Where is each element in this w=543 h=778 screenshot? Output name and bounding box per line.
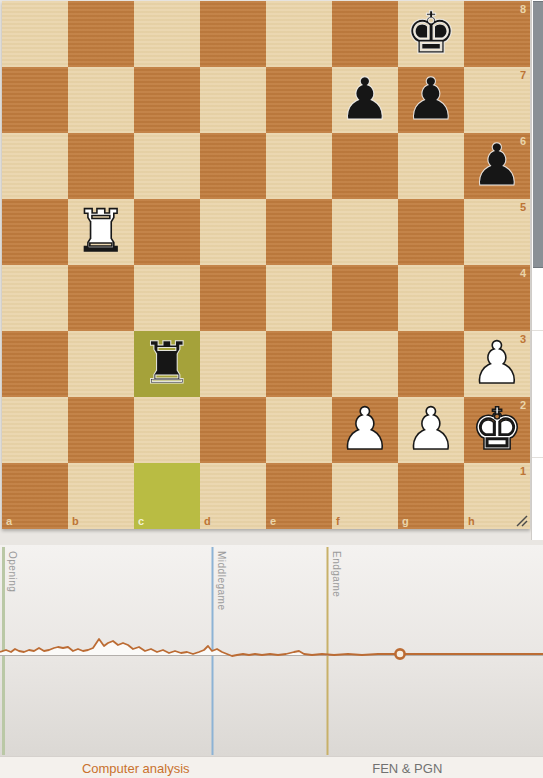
square-e6[interactable] (266, 133, 332, 199)
square-d8[interactable] (200, 1, 266, 67)
chess-board-container: ♚8♟♟76♟♜54♜3♟♟♟2♚abcdefgh1 (2, 1, 530, 529)
piece-white-rook[interactable]: ♜ (68, 199, 134, 265)
square-b4[interactable] (68, 265, 134, 331)
square-a5[interactable] (2, 199, 68, 265)
square-e1[interactable]: e (266, 463, 332, 529)
square-g5[interactable] (398, 199, 464, 265)
current-move-marker (395, 649, 404, 658)
square-f1[interactable]: f (332, 463, 398, 529)
rank-label-1: 1 (520, 465, 526, 477)
rank-label-4: 4 (520, 267, 526, 279)
square-b2[interactable] (68, 397, 134, 463)
phase-label-middlegame: Middlegame (216, 551, 227, 610)
square-g7[interactable]: ♟ (398, 67, 464, 133)
square-d4[interactable] (200, 265, 266, 331)
eval-graph[interactable]: Opening Middlegame Endgame (0, 545, 543, 756)
scrollbar-separator (532, 330, 543, 331)
file-label-g: g (402, 515, 409, 527)
file-label-f: f (336, 515, 340, 527)
piece-black-rook[interactable]: ♜ (134, 331, 200, 397)
file-label-a: a (6, 515, 12, 527)
square-f3[interactable] (332, 331, 398, 397)
square-h7[interactable]: 7 (464, 67, 530, 133)
square-c2[interactable] (134, 397, 200, 463)
square-b7[interactable] (68, 67, 134, 133)
eval-graph-svg (0, 545, 543, 756)
square-a1[interactable]: a (2, 463, 68, 529)
square-g8[interactable]: ♚ (398, 1, 464, 67)
file-label-e: e (270, 515, 276, 527)
square-a3[interactable] (2, 331, 68, 397)
square-c3[interactable]: ♜ (134, 331, 200, 397)
square-g6[interactable] (398, 133, 464, 199)
square-f2[interactable]: ♟ (332, 397, 398, 463)
scrollbar-separator (532, 457, 543, 458)
rank-label-5: 5 (520, 201, 526, 213)
square-a4[interactable] (2, 265, 68, 331)
square-e4[interactable] (266, 265, 332, 331)
piece-white-pawn[interactable]: ♟ (332, 397, 398, 463)
square-f8[interactable] (332, 1, 398, 67)
piece-white-pawn[interactable]: ♟ (398, 397, 464, 463)
rank-label-8: 8 (520, 3, 526, 15)
square-d1[interactable]: d (200, 463, 266, 529)
piece-white-king[interactable]: ♚ (464, 397, 530, 463)
scrollbar-track[interactable] (531, 0, 543, 540)
square-h6[interactable]: 6♟ (464, 133, 530, 199)
file-label-h: h (468, 515, 475, 527)
piece-black-pawn[interactable]: ♟ (332, 67, 398, 133)
square-d7[interactable] (200, 67, 266, 133)
square-a6[interactable] (2, 133, 68, 199)
square-h2[interactable]: 2♚ (464, 397, 530, 463)
square-d5[interactable] (200, 199, 266, 265)
square-d6[interactable] (200, 133, 266, 199)
piece-black-king[interactable]: ♚ (398, 1, 464, 67)
file-label-d: d (204, 515, 211, 527)
square-g2[interactable]: ♟ (398, 397, 464, 463)
square-d2[interactable] (200, 397, 266, 463)
square-g1[interactable]: g (398, 463, 464, 529)
rank-label-7: 7 (520, 69, 526, 81)
file-label-c: c (138, 515, 144, 527)
tab-fen-pgn[interactable]: FEN & PGN (272, 757, 543, 778)
square-d3[interactable] (200, 331, 266, 397)
square-a2[interactable] (2, 397, 68, 463)
piece-white-pawn[interactable]: ♟ (464, 331, 530, 397)
square-c1[interactable]: c (134, 463, 200, 529)
square-f4[interactable] (332, 265, 398, 331)
square-a8[interactable] (2, 1, 68, 67)
square-c6[interactable] (134, 133, 200, 199)
square-f6[interactable] (332, 133, 398, 199)
square-f5[interactable] (332, 199, 398, 265)
tab-computer-analysis[interactable]: Computer analysis (0, 757, 272, 778)
board-resize-handle[interactable] (515, 514, 528, 527)
square-e3[interactable] (266, 331, 332, 397)
square-g3[interactable] (398, 331, 464, 397)
square-h3[interactable]: 3♟ (464, 331, 530, 397)
square-c7[interactable] (134, 67, 200, 133)
square-b5[interactable]: ♜ (68, 199, 134, 265)
square-g4[interactable] (398, 265, 464, 331)
square-b8[interactable] (68, 1, 134, 67)
square-c4[interactable] (134, 265, 200, 331)
square-b6[interactable] (68, 133, 134, 199)
square-e5[interactable] (266, 199, 332, 265)
square-c5[interactable] (134, 199, 200, 265)
phase-label-opening: Opening (7, 551, 18, 592)
square-e2[interactable] (266, 397, 332, 463)
square-b1[interactable]: b (68, 463, 134, 529)
scrollbar-thumb[interactable] (533, 1, 543, 268)
bottom-tabbar: Computer analysis FEN & PGN (0, 756, 543, 778)
square-h8[interactable]: 8 (464, 1, 530, 67)
square-h5[interactable]: 5 (464, 199, 530, 265)
square-c8[interactable] (134, 1, 200, 67)
file-label-b: b (72, 515, 79, 527)
square-e7[interactable] (266, 67, 332, 133)
square-h4[interactable]: 4 (464, 265, 530, 331)
square-b3[interactable] (68, 331, 134, 397)
square-e8[interactable] (266, 1, 332, 67)
square-a7[interactable] (2, 67, 68, 133)
phase-label-endgame: Endgame (331, 551, 342, 597)
square-f7[interactable]: ♟ (332, 67, 398, 133)
chess-board: ♚8♟♟76♟♜54♜3♟♟♟2♚abcdefgh1 (2, 1, 530, 529)
piece-black-pawn[interactable]: ♟ (398, 67, 464, 133)
piece-black-pawn[interactable]: ♟ (464, 133, 530, 199)
